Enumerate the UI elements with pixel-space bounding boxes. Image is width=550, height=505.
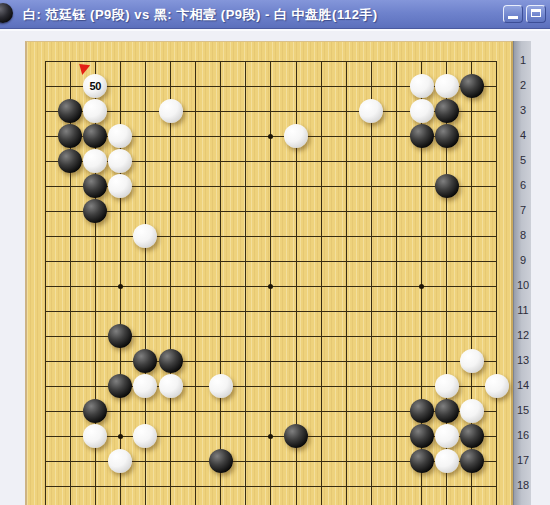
- black-stone: [83, 399, 107, 423]
- white-stone: [108, 149, 132, 173]
- white-stone: [410, 99, 434, 123]
- black-stone: [435, 399, 459, 423]
- maximize-button[interactable]: [526, 5, 546, 23]
- black-stone: [410, 124, 434, 148]
- white-stone: [133, 374, 157, 398]
- white-stone: [435, 74, 459, 98]
- maximize-icon: [531, 9, 541, 17]
- black-stone: [410, 449, 434, 473]
- white-stone: [83, 424, 107, 448]
- row-number: 2: [514, 78, 532, 92]
- title-bar[interactable]: 白: 范廷钰 (P9段) vs 黑: 卞相壹 (P9段) - 白 中盘胜(112…: [0, 0, 550, 29]
- white-stone: [108, 449, 132, 473]
- white-stone: [159, 374, 183, 398]
- white-stone: [209, 374, 233, 398]
- row-number: 12: [514, 328, 532, 342]
- star-point: [268, 134, 273, 139]
- black-stone: [435, 124, 459, 148]
- star-point: [268, 434, 273, 439]
- white-stone: [159, 99, 183, 123]
- black-stone-icon: [0, 3, 13, 23]
- row-number: 10: [514, 278, 532, 292]
- star-point: [118, 434, 123, 439]
- window-title: 白: 范廷钰 (P9段) vs 黑: 卞相壹 (P9段) - 白 中盘胜(112…: [23, 0, 378, 29]
- row-number: 14: [514, 378, 532, 392]
- white-stone: [485, 374, 509, 398]
- star-point: [268, 284, 273, 289]
- row-number: 17: [514, 453, 532, 467]
- white-stone: [435, 449, 459, 473]
- white-stone: [460, 399, 484, 423]
- white-stone: 50: [83, 74, 107, 98]
- row-number: 7: [514, 203, 532, 217]
- black-stone: [460, 424, 484, 448]
- row-number: 18: [514, 478, 532, 492]
- black-stone: [460, 449, 484, 473]
- black-stone: [83, 174, 107, 198]
- white-stone: [83, 99, 107, 123]
- white-stone: [410, 74, 434, 98]
- white-stone: [133, 224, 157, 248]
- white-stone: [133, 424, 157, 448]
- white-stone: [284, 124, 308, 148]
- white-stone: [435, 374, 459, 398]
- black-stone: [460, 74, 484, 98]
- black-stone: [108, 324, 132, 348]
- row-number: 3: [514, 103, 532, 117]
- white-stone: [460, 349, 484, 373]
- white-stone: [359, 99, 383, 123]
- black-stone: [410, 399, 434, 423]
- star-point: [118, 284, 123, 289]
- row-number: 1: [514, 53, 532, 67]
- black-stone: [58, 99, 82, 123]
- row-number: 4: [514, 128, 532, 142]
- black-stone: [410, 424, 434, 448]
- row-number: 15: [514, 403, 532, 417]
- row-number: 11: [514, 303, 532, 317]
- viewer-content: 50 123456789101112131415161718: [0, 29, 550, 505]
- black-stone: [284, 424, 308, 448]
- white-stone: [435, 424, 459, 448]
- row-number-strip: 123456789101112131415161718: [513, 41, 531, 505]
- white-stone: [108, 124, 132, 148]
- black-stone: [83, 124, 107, 148]
- black-stone: [83, 199, 107, 223]
- black-stone: [435, 174, 459, 198]
- game-viewer-window: 白: 范廷钰 (P9段) vs 黑: 卞相壹 (P9段) - 白 中盘胜(112…: [0, 0, 550, 505]
- move-number-label: 50: [83, 74, 107, 98]
- black-stone: [58, 124, 82, 148]
- row-number: 16: [514, 428, 532, 442]
- black-stone: [58, 149, 82, 173]
- black-stone: [435, 99, 459, 123]
- row-number: 8: [514, 228, 532, 242]
- black-stone: [159, 349, 183, 373]
- row-number: 9: [514, 253, 532, 267]
- go-board[interactable]: 50: [25, 41, 513, 505]
- minimize-icon: [508, 16, 518, 19]
- minimize-button[interactable]: [503, 5, 523, 23]
- black-stone: [108, 374, 132, 398]
- row-number: 13: [514, 353, 532, 367]
- row-number: 6: [514, 178, 532, 192]
- white-stone: [108, 174, 132, 198]
- black-stone: [133, 349, 157, 373]
- white-stone: [83, 149, 107, 173]
- black-stone: [209, 449, 233, 473]
- star-point: [419, 284, 424, 289]
- row-number: 5: [514, 153, 532, 167]
